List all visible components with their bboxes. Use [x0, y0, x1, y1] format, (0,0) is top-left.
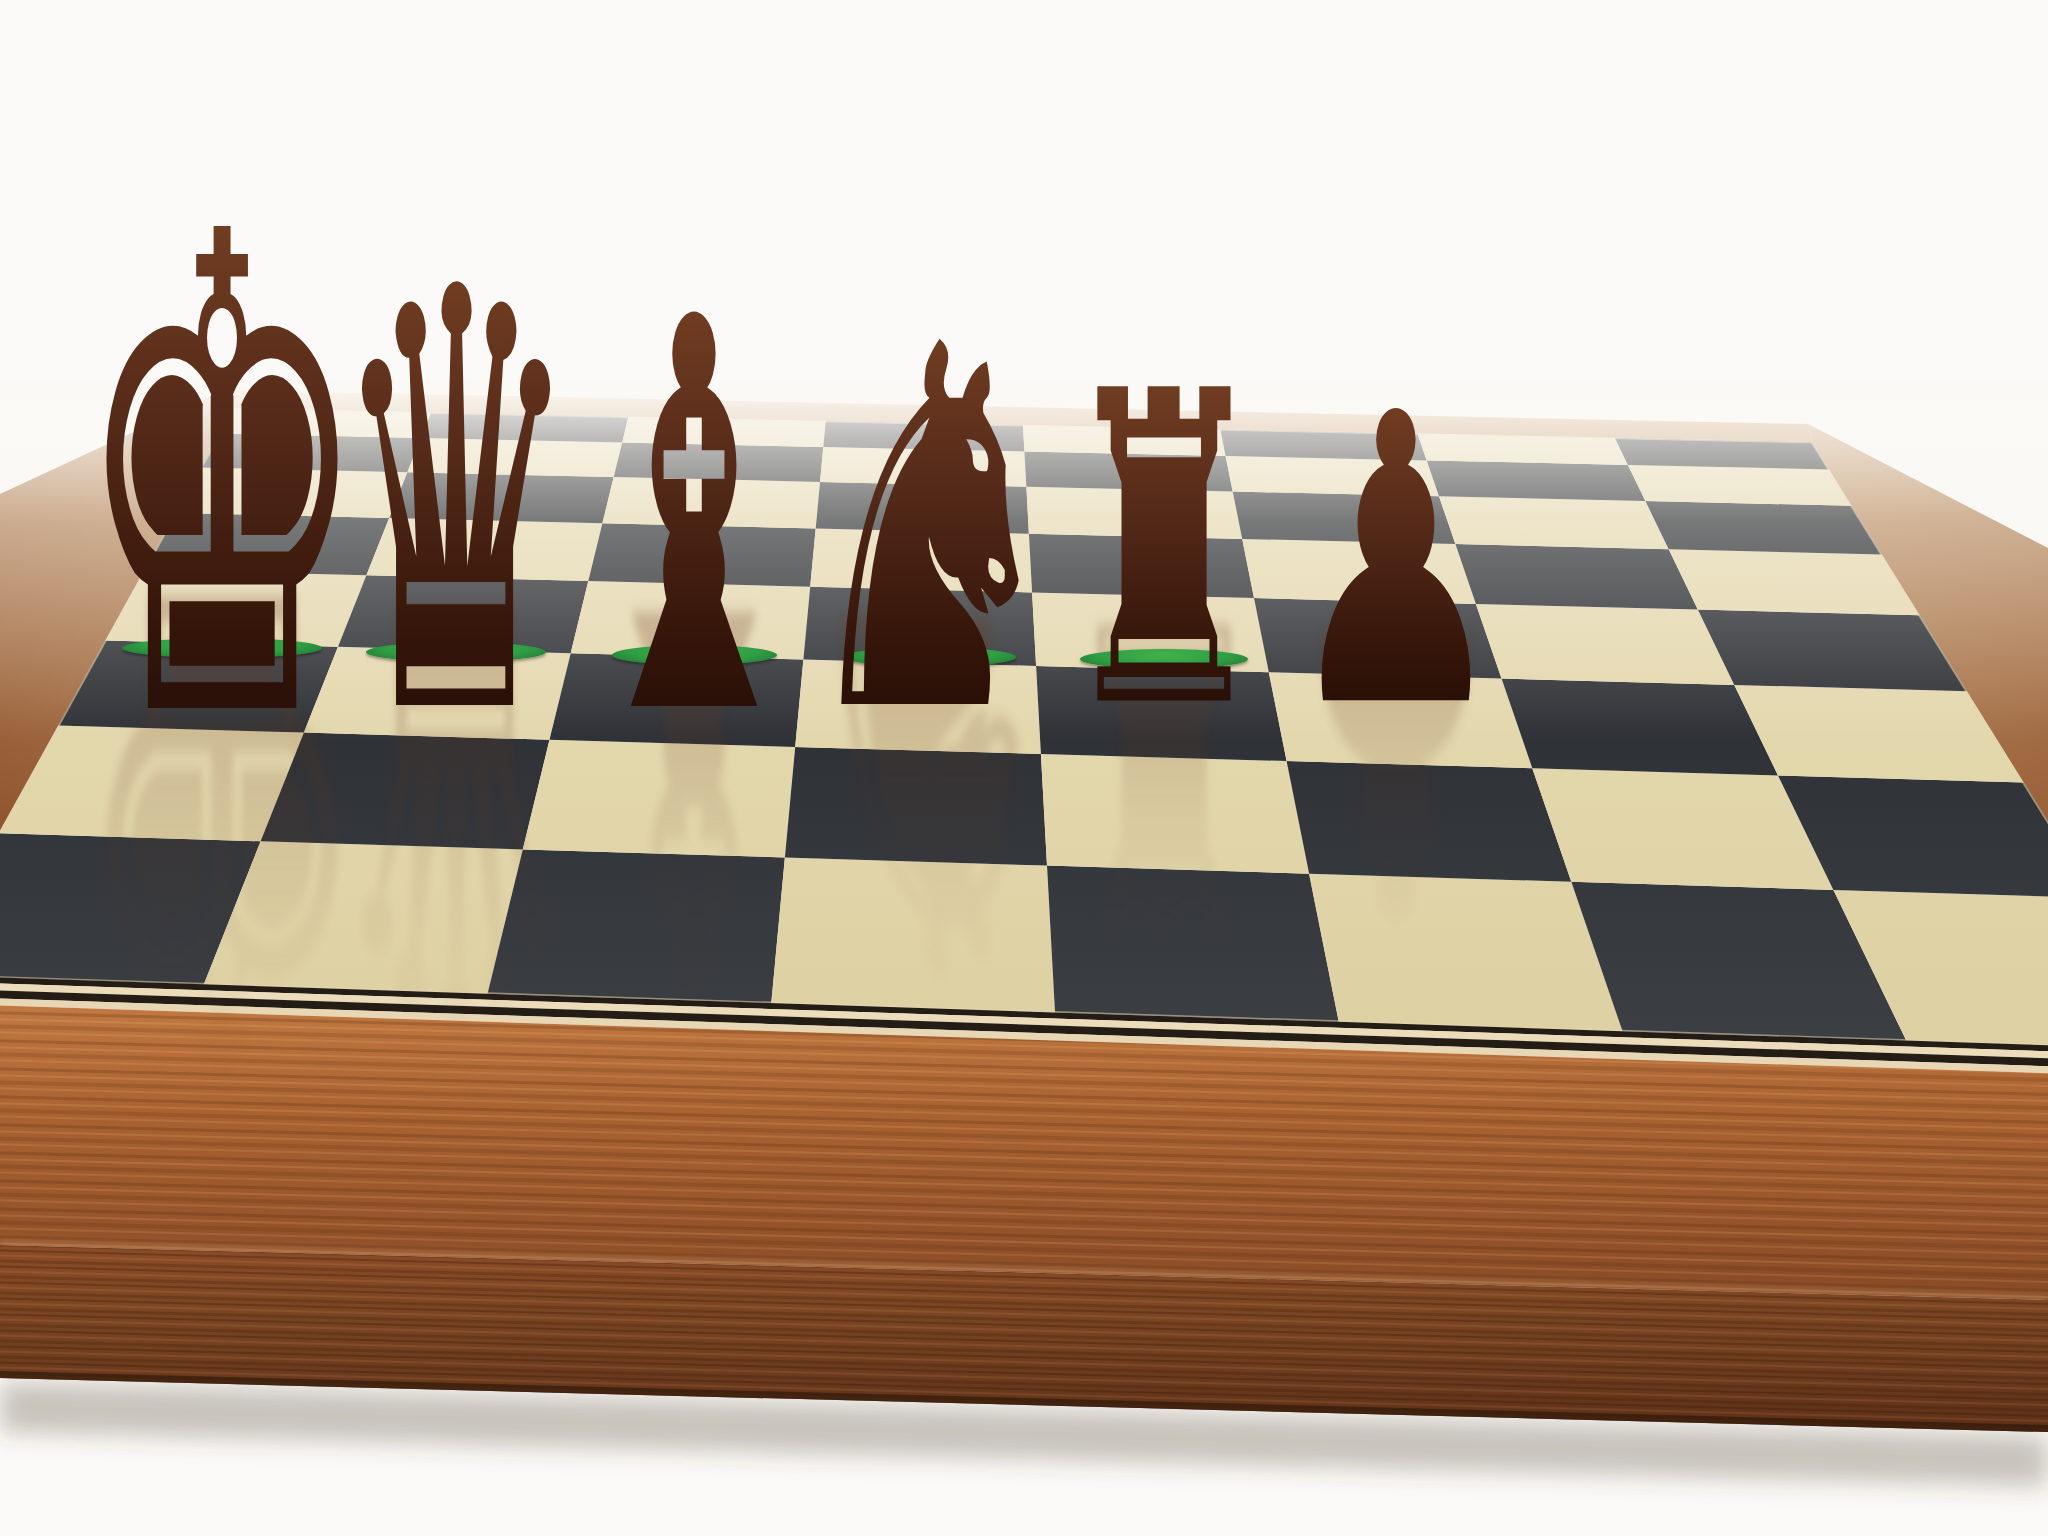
chessboard-product-photo: ♚♚♛♛♝♝♞♞♜♜♟♟: [0, 0, 2048, 1536]
black-knight-piece: ♞: [791, 281, 1069, 781]
black-rook-piece: ♜: [1058, 336, 1270, 766]
black-pawn-piece: ♟: [1285, 362, 1507, 762]
black-bishop-piece: ♝: [573, 249, 815, 789]
black-queen-piece: ♛: [331, 215, 581, 795]
black-king-piece: ♚: [74, 150, 370, 810]
